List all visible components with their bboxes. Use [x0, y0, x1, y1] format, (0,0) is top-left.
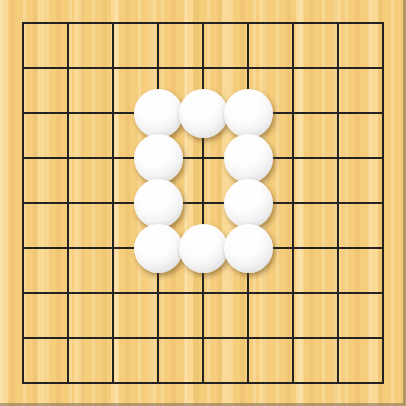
white-stone — [134, 179, 183, 228]
white-stone — [224, 224, 273, 273]
go-board-diagram — [0, 0, 406, 406]
white-stone — [224, 89, 273, 138]
white-stone — [134, 89, 183, 138]
white-stone — [134, 224, 183, 273]
white-stone — [179, 224, 228, 273]
white-stone — [224, 134, 273, 183]
board-grid-lines — [22, 22, 384, 384]
white-stone — [224, 179, 273, 228]
white-stone — [134, 134, 183, 183]
go-board — [0, 0, 406, 406]
white-stone — [179, 89, 228, 138]
